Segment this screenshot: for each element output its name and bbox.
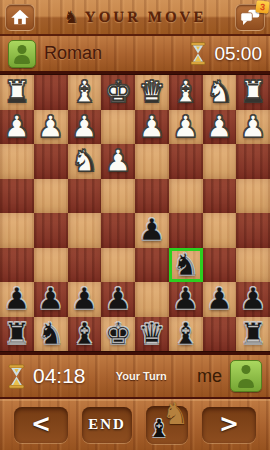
- white-queen: ♛: [138, 77, 165, 107]
- square-b2[interactable]: ♟: [203, 110, 237, 145]
- square-c4[interactable]: [169, 179, 203, 214]
- square-e4[interactable]: [101, 179, 135, 214]
- my-name: me: [197, 366, 222, 387]
- black-rook: ♜: [3, 319, 30, 349]
- square-g5[interactable]: [34, 213, 68, 248]
- black-pawn: ♟: [138, 215, 165, 245]
- square-a2[interactable]: ♟: [236, 110, 270, 145]
- white-pawn: ♟: [172, 112, 199, 142]
- square-b4[interactable]: [203, 179, 237, 214]
- square-h4[interactable]: [0, 179, 34, 214]
- opponent-avatar-icon[interactable]: [8, 40, 36, 68]
- hourglass-icon: [8, 364, 25, 389]
- square-e2[interactable]: [101, 110, 135, 145]
- white-pawn: ♟: [3, 112, 30, 142]
- opponent-clock: 05:00: [214, 43, 262, 65]
- square-d3[interactable]: [135, 144, 169, 179]
- square-b3[interactable]: [203, 144, 237, 179]
- chat-badge: 3: [255, 0, 269, 13]
- square-d8[interactable]: ♛: [135, 317, 169, 352]
- square-g7[interactable]: ♟: [34, 282, 68, 317]
- square-f7[interactable]: ♟: [68, 282, 102, 317]
- home-icon: [11, 9, 29, 25]
- square-g3[interactable]: [34, 144, 68, 179]
- square-b7[interactable]: ♟: [203, 282, 237, 317]
- hourglass-icon: [190, 42, 206, 65]
- square-h8[interactable]: ♜: [0, 317, 34, 352]
- square-d2[interactable]: ♟: [135, 110, 169, 145]
- square-d1[interactable]: ♛: [135, 75, 169, 110]
- white-pawn: ♟: [105, 146, 132, 176]
- square-g4[interactable]: [34, 179, 68, 214]
- square-e8[interactable]: ♚: [101, 317, 135, 352]
- square-h2[interactable]: ♟: [0, 110, 34, 145]
- black-bishop: ♝: [172, 319, 199, 349]
- end-game-button[interactable]: END: [82, 407, 132, 443]
- square-h5[interactable]: [0, 213, 34, 248]
- chat-button[interactable]: 3: [235, 4, 265, 31]
- square-h6[interactable]: [0, 248, 34, 283]
- square-a1[interactable]: ♜: [236, 75, 270, 110]
- square-d6[interactable]: [135, 248, 169, 283]
- square-a7[interactable]: ♟: [236, 282, 270, 317]
- black-queen: ♛: [138, 319, 165, 349]
- bottom-toolbar: < END ♞ ♝ >: [0, 397, 270, 450]
- prev-move-button[interactable]: <: [14, 407, 68, 443]
- square-h3[interactable]: [0, 144, 34, 179]
- black-pawn: ♟: [206, 284, 233, 314]
- square-c5[interactable]: [169, 213, 203, 248]
- white-pawn: ♟: [37, 112, 64, 142]
- square-c1[interactable]: ♝: [169, 75, 203, 110]
- top-bar: ♞ YOUR MOVE 3: [0, 0, 270, 36]
- square-f6[interactable]: [68, 248, 102, 283]
- white-bishop: ♝: [172, 77, 199, 107]
- my-clock: 04:18: [33, 364, 86, 388]
- white-pawn: ♟: [240, 112, 267, 142]
- white-knight: ♞: [71, 146, 98, 176]
- chess-board: ♜♝♚♛♝♞♜♟♟♟♟♟♟♟♞♟♟♞♟♟♟♟♟♟♟♜♞♝♚♛♝♜: [0, 74, 270, 352]
- next-move-button[interactable]: >: [202, 407, 256, 443]
- square-f1[interactable]: ♝: [68, 75, 102, 110]
- turn-status: Your Turn: [116, 370, 167, 382]
- square-f4[interactable]: [68, 179, 102, 214]
- square-c7[interactable]: ♟: [169, 282, 203, 317]
- white-pawn: ♟: [138, 112, 165, 142]
- square-e3[interactable]: ♟: [101, 144, 135, 179]
- square-g1[interactable]: [34, 75, 68, 110]
- square-g8[interactable]: ♞: [34, 317, 68, 352]
- white-pawn: ♟: [206, 112, 233, 142]
- white-rook: ♜: [3, 77, 30, 107]
- square-g2[interactable]: ♟: [34, 110, 68, 145]
- square-e1[interactable]: ♚: [101, 75, 135, 110]
- white-rook: ♜: [240, 77, 267, 107]
- square-b8[interactable]: [203, 317, 237, 352]
- square-a8[interactable]: ♜: [236, 317, 270, 352]
- page-title: YOUR MOVE: [85, 9, 207, 26]
- black-knight: ♞: [172, 250, 199, 280]
- black-pawn: ♟: [240, 284, 267, 314]
- opponent-name: Roman: [44, 43, 102, 64]
- white-bishop: ♝: [71, 77, 98, 107]
- square-e6[interactable]: [101, 248, 135, 283]
- black-pawn: ♟: [172, 284, 199, 314]
- black-rook: ♜: [240, 319, 267, 349]
- opponent-bar: Roman 05:00: [0, 36, 270, 74]
- black-knight: ♞: [37, 319, 64, 349]
- square-e5[interactable]: [101, 213, 135, 248]
- square-b5[interactable]: [203, 213, 237, 248]
- white-knight: ♞: [206, 77, 233, 107]
- square-h1[interactable]: ♜: [0, 75, 34, 110]
- player-bar: 04:18 Your Turn me: [0, 352, 270, 397]
- black-pawn: ♟: [37, 284, 64, 314]
- square-b6[interactable]: [203, 248, 237, 283]
- captured-pieces-button[interactable]: ♞ ♝: [146, 406, 188, 444]
- square-e7[interactable]: ♟: [101, 282, 135, 317]
- square-d5[interactable]: ♟: [135, 213, 169, 248]
- square-g6[interactable]: [34, 248, 68, 283]
- square-f5[interactable]: [68, 213, 102, 248]
- square-c2[interactable]: ♟: [169, 110, 203, 145]
- black-king: ♚: [105, 319, 132, 349]
- black-pawn: ♟: [71, 284, 98, 314]
- black-pawn: ♟: [3, 284, 30, 314]
- chess-app-screen: ♞ YOUR MOVE 3 Roman: [0, 0, 270, 450]
- black-pawn: ♟: [105, 284, 132, 314]
- title-wrap: ♞ YOUR MOVE: [35, 9, 235, 26]
- square-d4[interactable]: [135, 179, 169, 214]
- square-c3[interactable]: [169, 144, 203, 179]
- square-b1[interactable]: ♞: [203, 75, 237, 110]
- home-button[interactable]: [5, 4, 35, 31]
- square-f2[interactable]: ♟: [68, 110, 102, 145]
- square-a5[interactable]: [236, 213, 270, 248]
- square-a3[interactable]: [236, 144, 270, 179]
- knight-statue-icon: ♞: [64, 9, 79, 26]
- black-bishop-icon: ♝: [148, 414, 170, 443]
- square-c6[interactable]: ♞: [169, 248, 203, 283]
- square-f8[interactable]: ♝: [68, 317, 102, 352]
- square-c8[interactable]: ♝: [169, 317, 203, 352]
- square-d7[interactable]: [135, 282, 169, 317]
- square-a4[interactable]: [236, 179, 270, 214]
- white-king: ♚: [105, 77, 132, 107]
- square-h7[interactable]: ♟: [0, 282, 34, 317]
- square-f3[interactable]: ♞: [68, 144, 102, 179]
- square-a6[interactable]: [236, 248, 270, 283]
- black-bishop: ♝: [71, 319, 98, 349]
- white-pawn: ♟: [71, 112, 98, 142]
- my-avatar-icon[interactable]: [230, 360, 262, 392]
